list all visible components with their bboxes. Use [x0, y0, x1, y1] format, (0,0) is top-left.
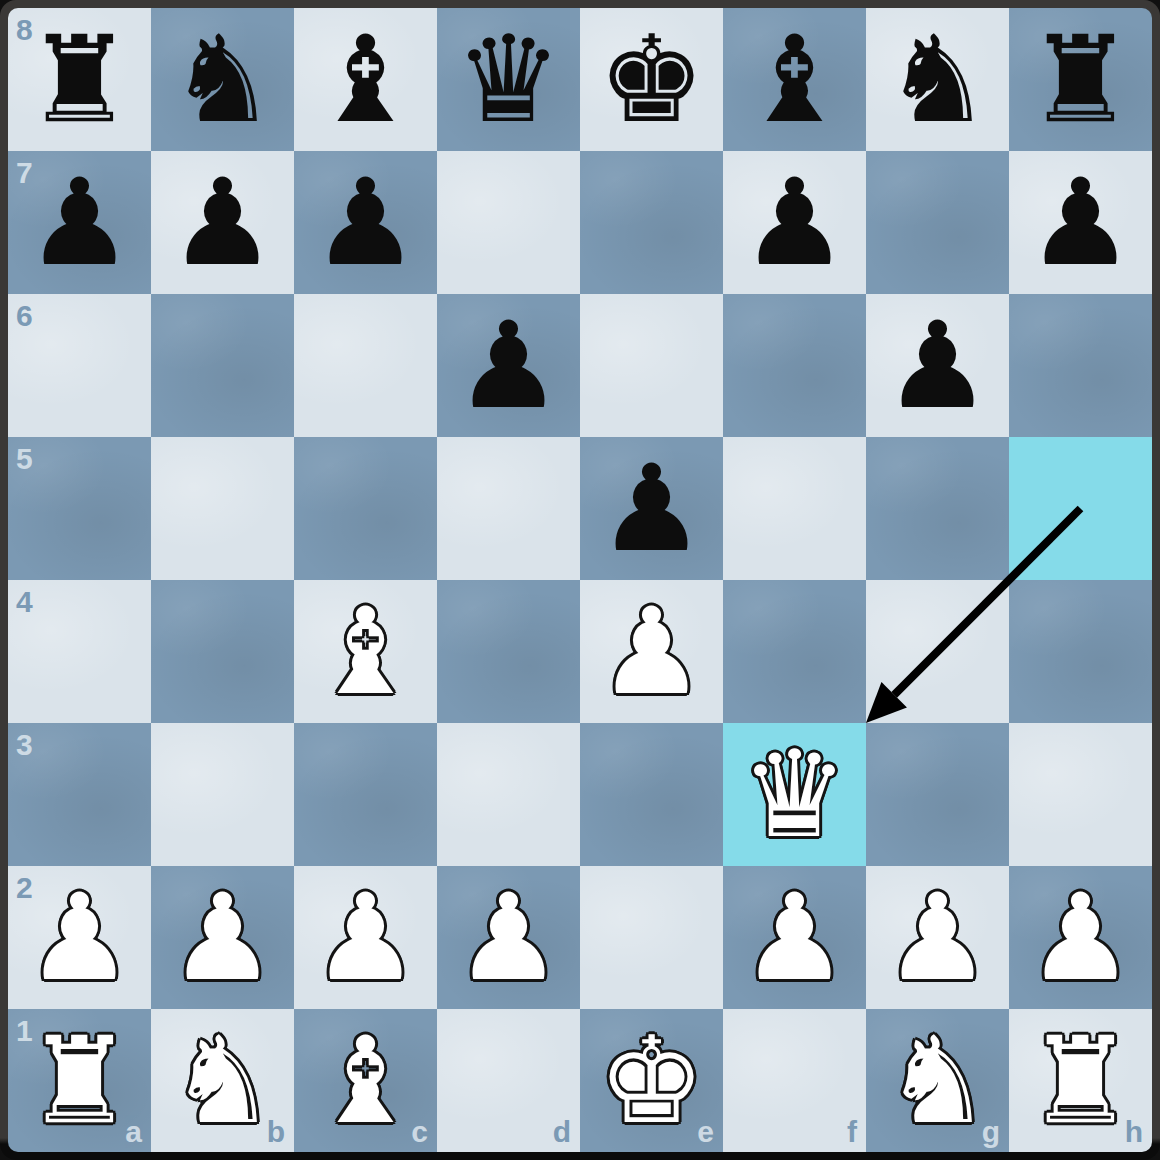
black-pawn[interactable]: ♟	[580, 437, 723, 580]
black-queen[interactable]: ♛	[437, 8, 580, 151]
white-knight[interactable]: ♞	[866, 1009, 1009, 1152]
square-g2[interactable]: ♟	[866, 866, 1009, 1009]
square-b1[interactable]: ♞b	[151, 1009, 294, 1152]
square-f2[interactable]: ♟	[723, 866, 866, 1009]
white-rook[interactable]: ♜	[8, 1009, 151, 1152]
black-knight[interactable]: ♞	[866, 8, 1009, 151]
square-g4[interactable]	[866, 580, 1009, 723]
file-label-f: f	[847, 1115, 857, 1149]
square-d3[interactable]	[437, 723, 580, 866]
black-rook[interactable]: ♜	[8, 8, 151, 151]
rank-label-6: 6	[16, 299, 33, 333]
square-e5[interactable]: ♟	[580, 437, 723, 580]
square-a7[interactable]: ♟7	[8, 151, 151, 294]
square-a3[interactable]: 3	[8, 723, 151, 866]
square-h3[interactable]	[1009, 723, 1152, 866]
square-e1[interactable]: ♚e	[580, 1009, 723, 1152]
square-c2[interactable]: ♟	[294, 866, 437, 1009]
square-c5[interactable]	[294, 437, 437, 580]
square-g6[interactable]: ♟	[866, 294, 1009, 437]
square-d6[interactable]: ♟	[437, 294, 580, 437]
white-pawn[interactable]: ♟	[437, 866, 580, 1009]
square-d8[interactable]: ♛	[437, 8, 580, 151]
square-d5[interactable]	[437, 437, 580, 580]
rank-label-3: 3	[16, 728, 33, 762]
square-b5[interactable]	[151, 437, 294, 580]
black-pawn[interactable]: ♟	[151, 151, 294, 294]
square-f6[interactable]	[723, 294, 866, 437]
square-a8[interactable]: ♜8	[8, 8, 151, 151]
square-f4[interactable]	[723, 580, 866, 723]
square-d2[interactable]: ♟	[437, 866, 580, 1009]
rank-label-4: 4	[16, 585, 33, 619]
square-c7[interactable]: ♟	[294, 151, 437, 294]
white-pawn[interactable]: ♟	[294, 866, 437, 1009]
square-e4[interactable]: ♟	[580, 580, 723, 723]
square-e6[interactable]	[580, 294, 723, 437]
square-f3[interactable]: ♛	[723, 723, 866, 866]
white-pawn[interactable]: ♟	[723, 866, 866, 1009]
black-pawn[interactable]: ♟	[723, 151, 866, 294]
white-pawn[interactable]: ♟	[866, 866, 1009, 1009]
square-a6[interactable]: 6	[8, 294, 151, 437]
white-pawn[interactable]: ♟	[8, 866, 151, 1009]
square-f1[interactable]: f	[723, 1009, 866, 1152]
black-pawn[interactable]: ♟	[437, 294, 580, 437]
square-e3[interactable]	[580, 723, 723, 866]
square-f7[interactable]: ♟	[723, 151, 866, 294]
white-pawn[interactable]: ♟	[580, 580, 723, 723]
black-pawn[interactable]: ♟	[1009, 151, 1152, 294]
white-king[interactable]: ♚	[580, 1009, 723, 1152]
square-g8[interactable]: ♞	[866, 8, 1009, 151]
square-g1[interactable]: ♞g	[866, 1009, 1009, 1152]
board-frame: ♜8♞♝♛♚♝♞♜♟7♟♟♟♟6♟♟5♟4♝♟3♛♟2♟♟♟♟♟♟♜1a♞b♝c…	[0, 0, 1160, 1160]
black-rook[interactable]: ♜	[1009, 8, 1152, 151]
square-b2[interactable]: ♟	[151, 866, 294, 1009]
square-h6[interactable]	[1009, 294, 1152, 437]
square-h8[interactable]: ♜	[1009, 8, 1152, 151]
square-h5[interactable]	[1009, 437, 1152, 580]
square-h1[interactable]: ♜h	[1009, 1009, 1152, 1152]
black-knight[interactable]: ♞	[151, 8, 294, 151]
square-f5[interactable]	[723, 437, 866, 580]
black-pawn[interactable]: ♟	[866, 294, 1009, 437]
square-b3[interactable]	[151, 723, 294, 866]
square-c6[interactable]	[294, 294, 437, 437]
square-e7[interactable]	[580, 151, 723, 294]
black-bishop[interactable]: ♝	[294, 8, 437, 151]
white-rook[interactable]: ♜	[1009, 1009, 1152, 1152]
square-a4[interactable]: 4	[8, 580, 151, 723]
square-e2[interactable]	[580, 866, 723, 1009]
square-a5[interactable]: 5	[8, 437, 151, 580]
square-c4[interactable]: ♝	[294, 580, 437, 723]
square-b6[interactable]	[151, 294, 294, 437]
square-f8[interactable]: ♝	[723, 8, 866, 151]
white-bishop[interactable]: ♝	[294, 580, 437, 723]
square-h4[interactable]	[1009, 580, 1152, 723]
square-a1[interactable]: ♜1a	[8, 1009, 151, 1152]
square-c1[interactable]: ♝c	[294, 1009, 437, 1152]
chess-board: ♜8♞♝♛♚♝♞♜♟7♟♟♟♟6♟♟5♟4♝♟3♛♟2♟♟♟♟♟♟♜1a♞b♝c…	[8, 8, 1152, 1152]
square-d4[interactable]	[437, 580, 580, 723]
square-b4[interactable]	[151, 580, 294, 723]
white-pawn[interactable]: ♟	[151, 866, 294, 1009]
black-king[interactable]: ♚	[580, 8, 723, 151]
square-e8[interactable]: ♚	[580, 8, 723, 151]
square-b7[interactable]: ♟	[151, 151, 294, 294]
white-knight[interactable]: ♞	[151, 1009, 294, 1152]
square-c8[interactable]: ♝	[294, 8, 437, 151]
white-pawn[interactable]: ♟	[1009, 866, 1152, 1009]
square-c3[interactable]	[294, 723, 437, 866]
black-bishop[interactable]: ♝	[723, 8, 866, 151]
rank-label-5: 5	[16, 442, 33, 476]
black-pawn[interactable]: ♟	[8, 151, 151, 294]
white-bishop[interactable]: ♝	[294, 1009, 437, 1152]
square-g7[interactable]	[866, 151, 1009, 294]
square-d1[interactable]: d	[437, 1009, 580, 1152]
square-b8[interactable]: ♞	[151, 8, 294, 151]
file-label-d: d	[553, 1115, 571, 1149]
square-h7[interactable]: ♟	[1009, 151, 1152, 294]
square-g3[interactable]	[866, 723, 1009, 866]
square-g5[interactable]	[866, 437, 1009, 580]
square-a2[interactable]: ♟2	[8, 866, 151, 1009]
square-h2[interactable]: ♟	[1009, 866, 1152, 1009]
white-queen[interactable]: ♛	[723, 723, 866, 866]
black-pawn[interactable]: ♟	[294, 151, 437, 294]
square-d7[interactable]	[437, 151, 580, 294]
